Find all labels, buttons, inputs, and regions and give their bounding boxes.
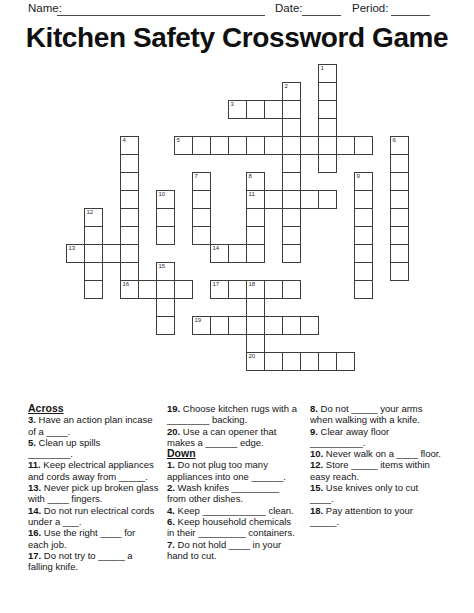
clue-number: 9.	[310, 426, 318, 437]
clue-text: Wash knifes _________ from other dishes.	[167, 482, 279, 504]
clue-number: 15.	[310, 482, 323, 493]
crossword-cell[interactable]: 9	[354, 172, 373, 191]
clue-column-right: 8. Do not _____ your arms when walking w…	[310, 403, 446, 572]
cell-number: 19	[195, 317, 202, 324]
clue-item: 12. Store _____ items within easy reach.	[310, 459, 446, 482]
crossword-cell[interactable]: 14	[210, 244, 229, 263]
crossword-cell[interactable]: 15	[156, 262, 175, 281]
crossword-cell[interactable]	[354, 136, 373, 155]
crossword-cell[interactable]	[210, 316, 229, 335]
clue-section-header: Down	[167, 448, 305, 459]
crossword-cell[interactable]	[282, 154, 301, 173]
clue-item: 20. Use a can opener that makes a ______…	[167, 426, 305, 449]
clue-item: 18. Pay attention to your _____.	[310, 505, 446, 528]
crossword-cell[interactable]	[246, 100, 265, 119]
clue-number: 14.	[28, 505, 41, 516]
crossword-cell[interactable]	[390, 190, 409, 209]
clue-number: 7.	[167, 539, 175, 550]
clue-column-middle: 19. Choose kitchen rugs with a ________ …	[167, 403, 305, 572]
crossword-cell[interactable]	[282, 136, 301, 155]
cell-number: 4	[123, 137, 126, 144]
crossword-cell[interactable]	[246, 226, 265, 245]
crossword-cell[interactable]	[354, 244, 373, 263]
crossword-cell[interactable]: 17	[210, 280, 229, 299]
crossword-cell[interactable]	[120, 262, 139, 281]
clue-item: 13. Never pick up broken glass with ____…	[28, 482, 162, 505]
crossword-cell[interactable]	[156, 226, 175, 245]
crossword-cell[interactable]	[282, 316, 301, 335]
crossword-cell[interactable]	[246, 334, 265, 353]
crossword-cell[interactable]	[246, 244, 265, 263]
clue-item: 16. Use the right ____ for each job.	[28, 527, 162, 550]
crossword-cell[interactable]	[228, 244, 247, 263]
cell-number: 7	[195, 173, 198, 180]
clue-item: 6. Keep household chemicals in their ___…	[167, 516, 305, 539]
clue-number: 5.	[28, 437, 36, 448]
crossword-cell[interactable]	[192, 190, 211, 209]
clue-text: Do not hold ____ in your hand to cut.	[167, 539, 281, 561]
crossword-cell[interactable]	[390, 244, 409, 263]
crossword-cell[interactable]	[84, 226, 103, 245]
crossword-cell[interactable]	[318, 136, 337, 155]
clue-item: 4. Keep ____________ clean.	[167, 505, 305, 516]
crossword-cell[interactable]	[120, 154, 139, 173]
clue-text: Use a can opener that makes a ______ edg…	[167, 426, 276, 448]
period-line[interactable]	[391, 2, 430, 16]
crossword-cell[interactable]	[102, 244, 121, 263]
clue-number: 10.	[310, 448, 323, 459]
clue-item: 10. Never walk on a ____ floor.	[310, 448, 446, 459]
crossword-cell[interactable]	[300, 136, 319, 155]
clue-text: Clean up spills ________.	[28, 437, 100, 459]
date-label: Date:	[275, 2, 303, 14]
clue-number: 19.	[167, 403, 180, 414]
clue-section-header-label: Across	[28, 402, 64, 414]
crossword-cell[interactable]	[318, 352, 337, 371]
crossword-cell[interactable]: 8	[246, 172, 265, 191]
crossword-cell[interactable]	[282, 280, 301, 299]
crossword-cell[interactable]	[228, 316, 247, 335]
crossword-cell[interactable]	[282, 244, 301, 263]
clue-item: 11. Keep electrical appliances and cords…	[28, 459, 162, 482]
clue-item: 15. Use knives only to cut ____.	[310, 482, 446, 505]
cell-number: 13	[69, 245, 76, 252]
crossword-cell[interactable]: 7	[192, 172, 211, 191]
cell-number: 8	[249, 173, 252, 180]
crossword-cell[interactable]	[138, 280, 157, 299]
crossword-cell[interactable]: 11	[246, 190, 265, 209]
crossword-cell[interactable]	[120, 190, 139, 209]
cell-number: 2	[285, 83, 288, 90]
crossword-cell[interactable]	[120, 244, 139, 263]
clue-item: 5. Clean up spills ________.	[28, 437, 162, 460]
cell-number: 14	[213, 245, 220, 252]
crossword-cell[interactable]	[300, 190, 319, 209]
crossword-cell[interactable]	[354, 190, 373, 209]
crossword-cell[interactable]	[318, 154, 337, 173]
crossword-cell[interactable]	[264, 316, 283, 335]
clue-section-header: Across	[28, 403, 162, 414]
crossword-cell[interactable]	[210, 136, 229, 155]
clue-text: Do not run electrical cords under a ___.	[28, 505, 154, 527]
crossword-cell[interactable]	[192, 136, 211, 155]
clue-text: Do not _____ your arms when walking with…	[310, 403, 423, 425]
crossword-cell[interactable]: 12	[84, 208, 103, 227]
clue-number: 4.	[167, 505, 175, 516]
clue-item: 8. Do not _____ your arms when walking w…	[310, 403, 446, 426]
crossword-cell[interactable]	[354, 280, 373, 299]
clue-text: Have an action plan incase of a ____.	[28, 414, 153, 436]
clue-item: 1. Do not plug too many appliances into …	[167, 459, 305, 482]
name-line[interactable]	[57, 2, 265, 16]
crossword-cell[interactable]	[282, 100, 301, 119]
cell-number: 5	[177, 137, 180, 144]
crossword-grid: 1234567891011121314151617181920	[66, 64, 410, 372]
clue-number: 18.	[310, 505, 323, 516]
crossword-cell[interactable]: 18	[246, 280, 265, 299]
clue-number: 3.	[28, 414, 36, 425]
crossword-cell[interactable]	[354, 208, 373, 227]
crossword-cell[interactable]: 20	[246, 352, 265, 371]
clue-text: Store _____ items within easy reach.	[310, 459, 430, 481]
cell-number: 3	[231, 101, 234, 108]
cell-number: 17	[213, 281, 220, 288]
crossword-cell[interactable]: 5	[174, 136, 193, 155]
clue-column-left: Across3. Have an action plan incase of a…	[28, 403, 162, 572]
crossword-cell[interactable]	[282, 208, 301, 227]
crossword-cell[interactable]	[156, 316, 175, 335]
crossword-cell[interactable]: 13	[66, 244, 85, 263]
crossword-cell[interactable]	[336, 352, 355, 371]
crossword-cell[interactable]	[246, 208, 265, 227]
clue-number: 13.	[28, 482, 41, 493]
clue-item: 2. Wash knifes _________ from other dish…	[167, 482, 305, 505]
crossword-cell[interactable]	[282, 226, 301, 245]
clue-text: Keep household chemicals in their ______…	[167, 516, 295, 538]
crossword-cell[interactable]	[174, 280, 193, 299]
crossword-cell[interactable]	[300, 316, 319, 335]
clue-item: 7. Do not hold ____ in your hand to cut.	[167, 539, 305, 562]
clue-number: 16.	[28, 527, 41, 538]
crossword-cell[interactable]: 2	[282, 82, 301, 101]
clue-text: Do not try to _____ a falling knife.	[28, 550, 133, 572]
crossword-cell[interactable]	[156, 208, 175, 227]
clue-text: Use the right ____ for each job.	[28, 527, 135, 549]
clue-text: Pay attention to your _____.	[310, 505, 413, 527]
crossword-cell[interactable]	[246, 136, 265, 155]
crossword-cell[interactable]	[390, 208, 409, 227]
clue-text: Never walk on a ____ floor.	[326, 448, 441, 459]
cell-number: 12	[87, 209, 94, 216]
page-title: Kitchen Safety Crossword Game	[0, 22, 474, 54]
clue-item: 3. Have an action plan incase of a ____.	[28, 414, 162, 437]
crossword-cell[interactable]	[84, 280, 103, 299]
cell-number: 1	[321, 65, 324, 72]
clue-item: 14. Do not run electrical cords under a …	[28, 505, 162, 528]
crossword-cell[interactable]	[390, 172, 409, 191]
crossword-cell[interactable]	[264, 190, 283, 209]
cell-number: 6	[393, 137, 396, 144]
crossword-cell[interactable]: 10	[156, 190, 175, 209]
crossword-cell[interactable]	[318, 100, 337, 119]
crossword-cell[interactable]: 4	[120, 136, 139, 155]
crossword-cell[interactable]	[354, 262, 373, 281]
crossword-cell[interactable]	[192, 208, 211, 227]
crossword-cell[interactable]	[390, 262, 409, 281]
clue-section-header-label: Down	[167, 447, 196, 459]
clue-text: Choose kitchen rugs with a ________ back…	[167, 403, 297, 425]
crossword-cell[interactable]	[318, 118, 337, 137]
crossword-cell[interactable]	[246, 298, 265, 317]
crossword-cell[interactable]	[282, 118, 301, 137]
crossword-cell[interactable]	[156, 298, 175, 317]
crossword-cell[interactable]	[120, 172, 139, 191]
crossword-cell[interactable]	[228, 136, 247, 155]
cell-number: 15	[159, 263, 166, 270]
cell-number: 20	[249, 353, 256, 360]
crossword-cell[interactable]	[354, 226, 373, 245]
crossword-cell[interactable]: 19	[192, 316, 211, 335]
clue-text: Use knives only to cut ____.	[310, 482, 418, 504]
clue-text: Never pick up broken glass with ____ fin…	[28, 482, 158, 504]
clue-number: 12.	[310, 459, 323, 470]
crossword-cell[interactable]	[228, 280, 247, 299]
crossword-cell[interactable]	[282, 352, 301, 371]
crossword-cell[interactable]	[282, 190, 301, 209]
crossword-cell[interactable]	[264, 280, 283, 299]
crossword-cell[interactable]	[84, 244, 103, 263]
crossword-cell[interactable]: 16	[120, 280, 139, 299]
crossword-cell[interactable]	[318, 82, 337, 101]
cell-number: 9	[357, 173, 360, 180]
clue-number: 11.	[28, 459, 41, 470]
crossword-cell[interactable]	[192, 226, 211, 245]
clue-section: Across3. Have an action plan incase of a…	[28, 403, 446, 572]
crossword-cell[interactable]	[246, 316, 265, 335]
crossword-cell[interactable]	[336, 136, 355, 155]
clue-number: 20.	[167, 426, 180, 437]
date-line[interactable]	[302, 2, 341, 16]
clue-text: Do not plug too many appliances into one…	[167, 459, 286, 481]
clue-text: Keep ____________ clean.	[178, 505, 294, 516]
period-label: Period:	[352, 2, 388, 14]
crossword-cell[interactable]	[120, 226, 139, 245]
crossword-cell[interactable]: 3	[228, 100, 247, 119]
crossword-cell[interactable]	[264, 352, 283, 371]
clue-number: 6.	[167, 516, 175, 527]
clue-item: 9. Clear away floor __________.	[310, 426, 446, 449]
crossword-cell[interactable]	[264, 100, 283, 119]
crossword-cell[interactable]	[156, 280, 175, 299]
crossword-cell[interactable]	[300, 352, 319, 371]
cell-number: 11	[249, 191, 255, 198]
crossword-cell[interactable]	[390, 154, 409, 173]
cell-number: 18	[249, 281, 256, 288]
crossword-cell[interactable]	[264, 136, 283, 155]
crossword-cell[interactable]	[318, 190, 337, 209]
cell-number: 16	[123, 281, 130, 288]
crossword-cell[interactable]	[120, 208, 139, 227]
clue-number: 17.	[28, 550, 41, 561]
clue-number: 8.	[310, 403, 318, 414]
crossword-cell[interactable]	[390, 226, 409, 245]
clue-number: 1.	[167, 459, 175, 470]
clue-number: 2.	[167, 482, 175, 493]
clue-item: 17. Do not try to _____ a falling knife.	[28, 550, 162, 573]
crossword-cell[interactable]	[282, 172, 301, 191]
clue-text: Clear away floor __________.	[310, 426, 389, 448]
crossword-cell[interactable]: 1	[318, 64, 337, 83]
clue-item: 19. Choose kitchen rugs with a ________ …	[167, 403, 305, 426]
clue-text: Keep electrical appliances and cords awa…	[28, 459, 154, 481]
crossword-cell[interactable]	[84, 262, 103, 281]
crossword-cell[interactable]: 6	[390, 136, 409, 155]
cell-number: 10	[159, 191, 166, 198]
